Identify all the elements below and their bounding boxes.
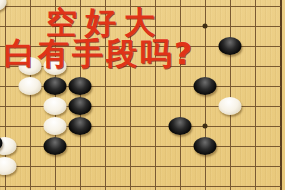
grid-line-vertical bbox=[130, 0, 131, 190]
black-stone[interactable] bbox=[44, 137, 67, 155]
grid-line-horizontal bbox=[0, 186, 281, 187]
white-stone[interactable] bbox=[19, 77, 42, 95]
black-stone[interactable] bbox=[69, 77, 92, 95]
black-stone[interactable] bbox=[44, 77, 67, 95]
white-stone[interactable] bbox=[44, 57, 67, 75]
grid-line-vertical bbox=[55, 0, 56, 190]
white-stone[interactable] bbox=[44, 97, 67, 115]
board-edge-line bbox=[280, 0, 282, 190]
grid-line-vertical bbox=[80, 0, 81, 190]
black-stone[interactable] bbox=[69, 97, 92, 115]
grid-line-vertical bbox=[180, 0, 181, 190]
grid-line-vertical bbox=[255, 0, 256, 190]
white-stone[interactable] bbox=[219, 97, 242, 115]
grid-line-vertical bbox=[230, 0, 231, 190]
grid-line-vertical bbox=[105, 0, 106, 190]
grid-line-horizontal bbox=[0, 6, 281, 7]
star-point bbox=[203, 124, 208, 129]
black-stone[interactable] bbox=[194, 77, 217, 95]
white-stone[interactable] bbox=[0, 157, 17, 175]
white-stone[interactable] bbox=[19, 57, 42, 75]
go-board-screenshot: 空好大 白有手段吗? bbox=[0, 0, 285, 190]
black-stone[interactable] bbox=[69, 117, 92, 135]
star-point bbox=[203, 24, 208, 29]
grid-line-horizontal bbox=[0, 66, 281, 67]
black-stone[interactable] bbox=[169, 117, 192, 135]
black-stone[interactable] bbox=[194, 137, 217, 155]
black-stone[interactable] bbox=[219, 37, 242, 55]
grid-line-vertical bbox=[30, 0, 31, 190]
grid-line-horizontal bbox=[0, 146, 281, 147]
white-stone[interactable] bbox=[44, 117, 67, 135]
grid-line-vertical bbox=[205, 0, 206, 190]
grid-line-horizontal bbox=[0, 26, 281, 27]
grid-line-horizontal bbox=[0, 166, 281, 167]
grid-line-vertical bbox=[155, 0, 156, 190]
grid-line-horizontal bbox=[0, 126, 281, 127]
white-stone[interactable] bbox=[0, 137, 17, 155]
grid-line-horizontal bbox=[0, 86, 281, 87]
